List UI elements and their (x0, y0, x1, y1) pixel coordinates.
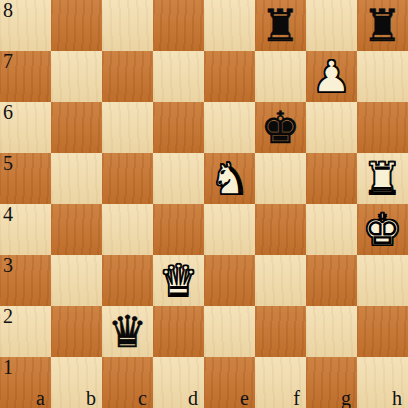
square-c2[interactable]: ♛ (102, 306, 153, 357)
square-b3[interactable] (51, 255, 102, 306)
black-king[interactable]: ♚ (255, 102, 306, 153)
square-b2[interactable] (51, 306, 102, 357)
rank-label-8: 8 (3, 0, 13, 21)
white-knight[interactable]: ♞ (204, 153, 255, 204)
white-queen[interactable]: ♛ (153, 255, 204, 306)
file-label-h: h (392, 388, 402, 408)
square-c1[interactable]: c (102, 357, 153, 408)
file-label-a: a (36, 388, 45, 408)
rank-label-1: 1 (3, 356, 13, 378)
square-e2[interactable] (204, 306, 255, 357)
white-pawn[interactable]: ♟ (306, 51, 357, 102)
rank-label-7: 7 (3, 50, 13, 72)
square-f8[interactable]: ♜ (255, 0, 306, 51)
square-c7[interactable] (102, 51, 153, 102)
square-e3[interactable] (204, 255, 255, 306)
square-e1[interactable]: e (204, 357, 255, 408)
square-g6[interactable] (306, 102, 357, 153)
square-b1[interactable]: b (51, 357, 102, 408)
square-b7[interactable] (51, 51, 102, 102)
square-f2[interactable] (255, 306, 306, 357)
square-h7[interactable] (357, 51, 408, 102)
square-a8[interactable]: 8 (0, 0, 51, 51)
square-c6[interactable] (102, 102, 153, 153)
square-c3[interactable] (102, 255, 153, 306)
file-label-e: e (240, 388, 249, 408)
square-e5[interactable]: ♞ (204, 153, 255, 204)
white-king[interactable]: ♚ (357, 204, 408, 255)
square-e4[interactable] (204, 204, 255, 255)
square-b8[interactable] (51, 0, 102, 51)
square-d7[interactable] (153, 51, 204, 102)
square-c5[interactable] (102, 153, 153, 204)
square-c8[interactable] (102, 0, 153, 51)
file-label-d: d (188, 388, 198, 408)
black-rook[interactable]: ♜ (255, 0, 306, 51)
square-a3[interactable]: 3 (0, 255, 51, 306)
square-g4[interactable] (306, 204, 357, 255)
square-h6[interactable] (357, 102, 408, 153)
rank-label-6: 6 (3, 101, 13, 123)
black-rook[interactable]: ♜ (357, 0, 408, 51)
square-g1[interactable]: g (306, 357, 357, 408)
square-b6[interactable] (51, 102, 102, 153)
rank-label-5: 5 (3, 152, 13, 174)
square-f1[interactable]: f (255, 357, 306, 408)
square-h4[interactable]: ♚ (357, 204, 408, 255)
square-a7[interactable]: 7 (0, 51, 51, 102)
rank-label-3: 3 (3, 254, 13, 276)
file-label-g: g (341, 388, 351, 408)
square-g8[interactable] (306, 0, 357, 51)
square-h2[interactable] (357, 306, 408, 357)
chess-board: 8♜♜7♟6♚5♞♜4♚3♛2♛1abcdefgh (0, 0, 408, 408)
square-h3[interactable] (357, 255, 408, 306)
black-queen[interactable]: ♛ (102, 306, 153, 357)
square-f5[interactable] (255, 153, 306, 204)
square-g3[interactable] (306, 255, 357, 306)
square-f6[interactable]: ♚ (255, 102, 306, 153)
square-d5[interactable] (153, 153, 204, 204)
square-d4[interactable] (153, 204, 204, 255)
rank-label-2: 2 (3, 305, 13, 327)
square-h1[interactable]: h (357, 357, 408, 408)
square-a5[interactable]: 5 (0, 153, 51, 204)
square-d6[interactable] (153, 102, 204, 153)
square-d3[interactable]: ♛ (153, 255, 204, 306)
square-e8[interactable] (204, 0, 255, 51)
file-label-c: c (138, 388, 147, 408)
square-g2[interactable] (306, 306, 357, 357)
square-f4[interactable] (255, 204, 306, 255)
white-rook[interactable]: ♜ (357, 153, 408, 204)
square-b4[interactable] (51, 204, 102, 255)
square-a6[interactable]: 6 (0, 102, 51, 153)
file-label-f: f (293, 388, 300, 408)
square-a2[interactable]: 2 (0, 306, 51, 357)
square-d8[interactable] (153, 0, 204, 51)
file-label-b: b (86, 388, 96, 408)
square-h5[interactable]: ♜ (357, 153, 408, 204)
square-b5[interactable] (51, 153, 102, 204)
square-a4[interactable]: 4 (0, 204, 51, 255)
square-g5[interactable] (306, 153, 357, 204)
square-f7[interactable] (255, 51, 306, 102)
square-d2[interactable] (153, 306, 204, 357)
square-e6[interactable] (204, 102, 255, 153)
square-h8[interactable]: ♜ (357, 0, 408, 51)
square-a1[interactable]: 1a (0, 357, 51, 408)
square-g7[interactable]: ♟ (306, 51, 357, 102)
rank-label-4: 4 (3, 203, 13, 225)
square-e7[interactable] (204, 51, 255, 102)
square-c4[interactable] (102, 204, 153, 255)
square-d1[interactable]: d (153, 357, 204, 408)
square-f3[interactable] (255, 255, 306, 306)
